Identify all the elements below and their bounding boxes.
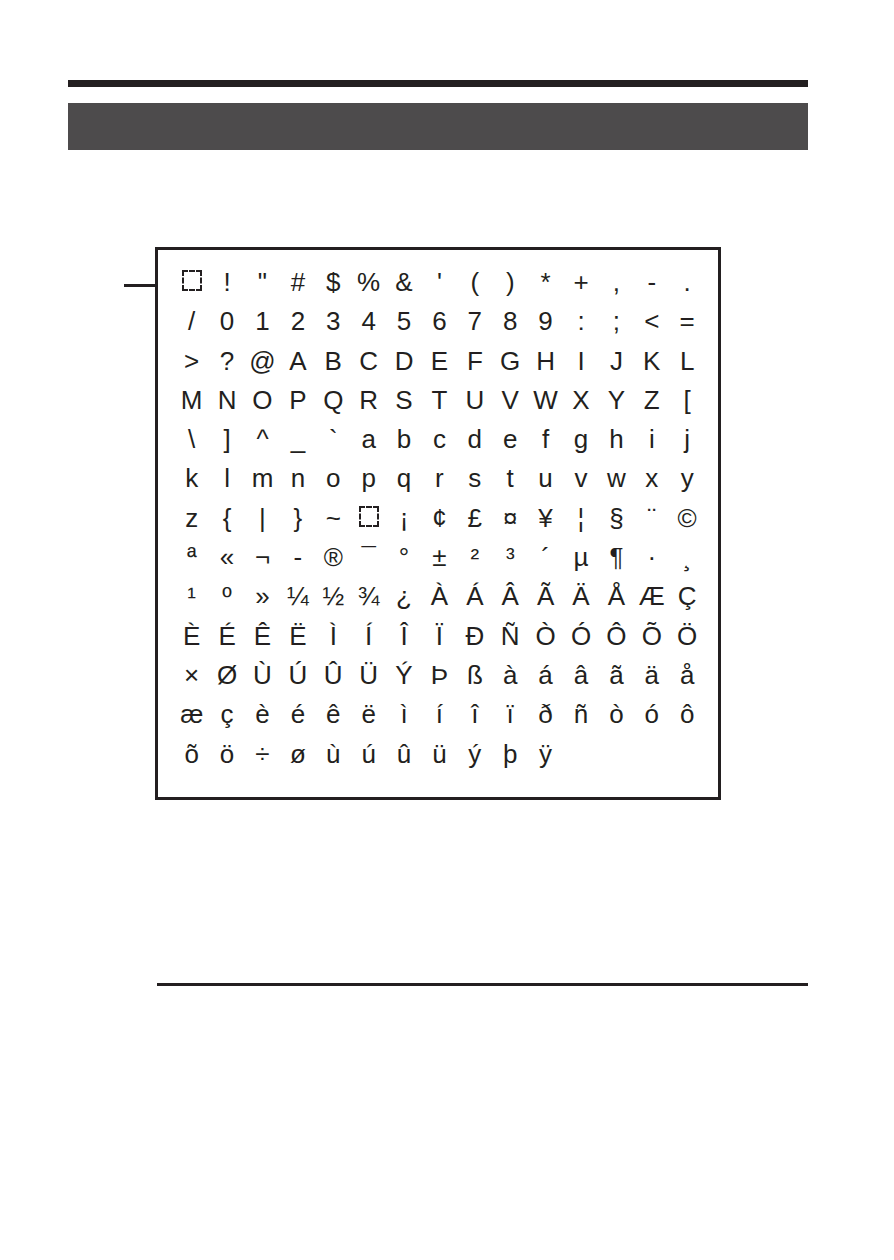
char-cell: 0: [209, 302, 244, 341]
char-cell: {: [209, 499, 244, 538]
char-cell: C: [351, 342, 386, 381]
char-cell: ¯: [351, 538, 386, 577]
char-cell: o: [316, 459, 351, 498]
char-cell: 7: [457, 302, 492, 341]
char-cell: w: [599, 459, 634, 498]
char-cell: 3: [316, 302, 351, 341]
char-cell: r: [422, 459, 457, 498]
char-cell: =: [669, 302, 704, 341]
char-cell: F: [457, 342, 492, 381]
char-cell: ©: [669, 499, 704, 538]
char-cell: Ã: [528, 577, 563, 616]
char-cell: 9: [528, 302, 563, 341]
char-cell: V: [493, 381, 528, 420]
char-cell: Ú: [280, 656, 315, 695]
char-cell: ÿ: [528, 735, 563, 774]
char-cell: æ: [174, 695, 209, 734]
char-cell: Ä: [563, 577, 598, 616]
char-cell: ¾: [351, 577, 386, 616]
char-cell: ²: [457, 538, 492, 577]
char-cell: Á: [457, 577, 492, 616]
char-cell: Y: [599, 381, 634, 420]
char-cell: í: [422, 695, 457, 734]
char-cell: Ô: [599, 617, 634, 656]
char-cell: 2: [280, 302, 315, 341]
char-cell: J: [599, 342, 634, 381]
char-cell: ¡: [386, 499, 421, 538]
char-cell: µ: [563, 538, 598, 577]
char-cell: +: [563, 263, 598, 302]
char-cell: î: [457, 695, 492, 734]
char-cell: A: [280, 342, 315, 381]
char-cell: G: [493, 342, 528, 381]
character-grid: !"#$%&'()*+,-./0123456789:;<=>?@ABCDEFGH…: [174, 263, 705, 774]
char-cell: ¿: [386, 577, 421, 616]
char-cell: è: [245, 695, 280, 734]
char-cell: Î: [386, 617, 421, 656]
char-cell: Ü: [351, 656, 386, 695]
char-cell: g: [563, 420, 598, 459]
char-cell: ;: [599, 302, 634, 341]
char-cell: Z: [634, 381, 669, 420]
char-cell: [: [669, 381, 704, 420]
char-cell: ð: [528, 695, 563, 734]
char-cell: ÷: [245, 735, 280, 774]
char-cell: à: [493, 656, 528, 695]
char-cell: Õ: [634, 617, 669, 656]
char-cell: Ý: [386, 656, 421, 695]
char-cell: ?: [209, 342, 244, 381]
char-cell: «: [209, 538, 244, 577]
char-cell: Ê: [245, 617, 280, 656]
char-cell: ç: [209, 695, 244, 734]
char-cell: b: [386, 420, 421, 459]
char-cell: ': [422, 263, 457, 302]
char-cell: À: [422, 577, 457, 616]
char-cell: D: [386, 342, 421, 381]
char-cell: ö: [209, 735, 244, 774]
char-cell: Ð: [457, 617, 492, 656]
char-cell: #: [280, 263, 315, 302]
char-cell: ê: [316, 695, 351, 734]
char-cell: `: [316, 420, 351, 459]
char-cell: ó: [634, 695, 669, 734]
char-cell: ß: [457, 656, 492, 695]
char-cell: ë: [351, 695, 386, 734]
char-cell: ¸: [669, 538, 704, 577]
char-cell: O: [245, 381, 280, 420]
char-cell: u: [528, 459, 563, 498]
char-cell: 4: [351, 302, 386, 341]
char-cell: K: [634, 342, 669, 381]
char-cell: I: [563, 342, 598, 381]
char-cell: n: [280, 459, 315, 498]
char-cell: :: [563, 302, 598, 341]
char-cell: Â: [493, 577, 528, 616]
char-cell: p: [351, 459, 386, 498]
char-cell: z: [174, 499, 209, 538]
char-cell: q: [386, 459, 421, 498]
char-cell: ì: [386, 695, 421, 734]
char-cell: É: [209, 617, 244, 656]
char-cell: ô: [669, 695, 704, 734]
char-cell: <: [634, 302, 669, 341]
char-cell: »: [245, 577, 280, 616]
char-cell: ä: [634, 656, 669, 695]
char-cell: 1: [245, 302, 280, 341]
char-cell: X: [563, 381, 598, 420]
char-cell: ¶: [599, 538, 634, 577]
char-cell: Ç: [669, 577, 704, 616]
char-cell: 5: [386, 302, 421, 341]
char-cell: ¤: [493, 499, 528, 538]
char-cell: U: [457, 381, 492, 420]
char-cell: M: [174, 381, 209, 420]
top-rule: [68, 80, 808, 87]
char-cell: Å: [599, 577, 634, 616]
char-cell: s: [457, 459, 492, 498]
char-cell: i: [634, 420, 669, 459]
char-cell: ñ: [563, 695, 598, 734]
char-cell: ": [245, 263, 280, 302]
char-cell: !: [209, 263, 244, 302]
character-set-table: !"#$%&'()*+,-./0123456789:;<=>?@ABCDEFGH…: [155, 247, 721, 800]
char-cell: j: [669, 420, 704, 459]
char-cell: x: [634, 459, 669, 498]
char-cell: k: [174, 459, 209, 498]
char-cell: c: [422, 420, 457, 459]
char-cell: ³: [493, 538, 528, 577]
char-cell: H: [528, 342, 563, 381]
char-cell: ü: [422, 735, 457, 774]
char-cell: é: [280, 695, 315, 734]
char-cell: E: [422, 342, 457, 381]
char-cell: ´: [528, 538, 563, 577]
char-cell: a: [351, 420, 386, 459]
char-cell: d: [457, 420, 492, 459]
char-cell: Ù: [245, 656, 280, 695]
char-cell: Ë: [280, 617, 315, 656]
char-cell: -: [634, 263, 669, 302]
char-cell: ï: [493, 695, 528, 734]
char-cell: y: [669, 459, 704, 498]
char-cell: Ñ: [493, 617, 528, 656]
char-cell: Ò: [528, 617, 563, 656]
char-cell: f: [528, 420, 563, 459]
char-cell: Í: [351, 617, 386, 656]
char-cell: &: [386, 263, 421, 302]
bottom-rule: [157, 983, 808, 986]
char-cell: W: [528, 381, 563, 420]
char-cell: l: [209, 459, 244, 498]
char-cell: /: [174, 302, 209, 341]
char-cell: Ì: [316, 617, 351, 656]
char-cell: Þ: [422, 656, 457, 695]
char-cell: -: [280, 538, 315, 577]
char-cell: ú: [351, 735, 386, 774]
char-cell: Ö: [669, 617, 704, 656]
char-cell: (: [457, 263, 492, 302]
char-cell: \: [174, 420, 209, 459]
char-cell: ¨: [634, 499, 669, 538]
char-cell: ·: [634, 538, 669, 577]
char-cell: ½: [316, 577, 351, 616]
char-cell: ¹: [174, 577, 209, 616]
char-cell: ±: [422, 538, 457, 577]
char-cell: h: [599, 420, 634, 459]
char-cell: }: [280, 499, 315, 538]
char-cell: Ï: [422, 617, 457, 656]
char-cell: Û: [316, 656, 351, 695]
char-cell: ): [493, 263, 528, 302]
char-cell: â: [563, 656, 598, 695]
char-cell: ø: [280, 735, 315, 774]
char-cell: £: [457, 499, 492, 538]
char-cell: Ø: [209, 656, 244, 695]
char-cell: >: [174, 342, 209, 381]
char-cell: ò: [599, 695, 634, 734]
char-cell: *: [528, 263, 563, 302]
char-cell: á: [528, 656, 563, 695]
char-cell: ®: [316, 538, 351, 577]
char-cell: ¬: [245, 538, 280, 577]
char-cell: û: [386, 735, 421, 774]
char-cell: _: [280, 420, 315, 459]
char-cell: [351, 499, 386, 538]
char-cell: þ: [493, 735, 528, 774]
char-cell: ^: [245, 420, 280, 459]
space-placeholder-box: [359, 506, 379, 527]
char-cell: [174, 263, 209, 302]
char-cell: P: [280, 381, 315, 420]
char-cell: T: [422, 381, 457, 420]
char-cell: B: [316, 342, 351, 381]
char-cell: ¦: [563, 499, 598, 538]
char-cell: ù: [316, 735, 351, 774]
char-cell: N: [209, 381, 244, 420]
char-cell: ¥: [528, 499, 563, 538]
char-cell: È: [174, 617, 209, 656]
char-cell: $: [316, 263, 351, 302]
char-cell: t: [493, 459, 528, 498]
char-cell: Ó: [563, 617, 598, 656]
char-cell: ×: [174, 656, 209, 695]
char-cell: m: [245, 459, 280, 498]
char-cell: å: [669, 656, 704, 695]
section-header-bar: [68, 103, 808, 150]
char-cell: ¢: [422, 499, 457, 538]
char-cell: ¼: [280, 577, 315, 616]
char-cell: ,: [599, 263, 634, 302]
char-cell: v: [563, 459, 598, 498]
char-cell: |: [245, 499, 280, 538]
char-cell: .: [669, 263, 704, 302]
char-cell: õ: [174, 735, 209, 774]
char-cell: ý: [457, 735, 492, 774]
char-cell: 8: [493, 302, 528, 341]
char-cell: ~: [316, 499, 351, 538]
char-cell: e: [493, 420, 528, 459]
char-cell: %: [351, 263, 386, 302]
char-cell: 6: [422, 302, 457, 341]
char-cell: Q: [316, 381, 351, 420]
char-cell: @: [245, 342, 280, 381]
manual-page: !"#$%&'()*+,-./0123456789:;<=>?@ABCDEFGH…: [0, 0, 894, 1260]
char-cell: §: [599, 499, 634, 538]
char-cell: L: [669, 342, 704, 381]
char-cell: ã: [599, 656, 634, 695]
space-placeholder-box: [182, 270, 202, 291]
char-cell: ]: [209, 420, 244, 459]
char-cell: °: [386, 538, 421, 577]
char-cell: R: [351, 381, 386, 420]
char-cell: ª: [174, 538, 209, 577]
char-cell: S: [386, 381, 421, 420]
char-cell: º: [209, 577, 244, 616]
char-cell: Æ: [634, 577, 669, 616]
